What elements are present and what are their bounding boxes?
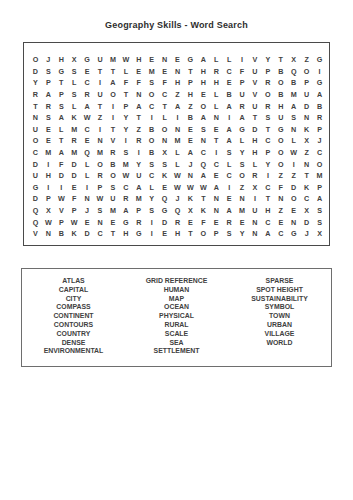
grid-cell: F (236, 66, 249, 78)
word-list-item: SETTLEMENT (125, 347, 228, 356)
grid-cell: T (106, 228, 119, 240)
grid-cell: P (236, 77, 249, 89)
grid-cell: O (106, 170, 119, 182)
grid-cell: L (171, 147, 184, 159)
grid-cell: T (249, 112, 262, 124)
grid-cell: J (42, 54, 55, 66)
grid-cell: W (171, 182, 184, 194)
grid-cell: Q (29, 205, 42, 217)
grid-cell: R (210, 66, 223, 78)
page-title: Geography Skills - Word Search (0, 20, 353, 30)
grid-cell: S (42, 112, 55, 124)
grid-cell: T (94, 66, 107, 78)
grid-cell: V (249, 89, 262, 101)
grid-cell: U (29, 170, 42, 182)
grid-cell: E (158, 182, 171, 194)
grid-cell: G (119, 216, 132, 228)
grid-cell: C (197, 147, 210, 159)
grid-cell: B (313, 100, 326, 112)
grid-cell: D (29, 66, 42, 78)
grid-cell: I (236, 54, 249, 66)
grid-cell: I (223, 182, 236, 194)
grid-cell: A (223, 124, 236, 136)
grid-cell: M (42, 147, 55, 159)
grid-cell: S (236, 158, 249, 170)
grid-cell: C (223, 66, 236, 78)
grid-cell: D (68, 170, 81, 182)
grid-cell: T (184, 228, 197, 240)
grid-cell: E (236, 216, 249, 228)
grid-cell: E (42, 135, 55, 147)
grid-cell: G (55, 66, 68, 78)
grid-cell: X (300, 205, 313, 217)
grid-cell: G (313, 77, 326, 89)
grid-cell: U (94, 89, 107, 101)
grid-cell: D (68, 158, 81, 170)
grid-cell: W (42, 216, 55, 228)
grid-cell: I (313, 66, 326, 78)
grid-cell: O (158, 124, 171, 136)
grid-cell: O (274, 135, 287, 147)
grid-cell: Y (236, 228, 249, 240)
grid-cell: H (42, 170, 55, 182)
grid-cell: G (313, 54, 326, 66)
grid-cell: A (197, 54, 210, 66)
grid-cell: A (261, 228, 274, 240)
grid-cell: Y (261, 54, 274, 66)
grid-cell: U (274, 112, 287, 124)
grid-cell: M (119, 158, 132, 170)
grid-cell: S (55, 100, 68, 112)
grid-cell: R (68, 135, 81, 147)
grid-cell: U (132, 170, 145, 182)
word-list-item: SYMBOL (228, 303, 331, 312)
grid-cell: C (81, 77, 94, 89)
grid-cell: G (132, 228, 145, 240)
grid-cell: B (145, 124, 158, 136)
grid-cell: X (68, 54, 81, 66)
grid-cell: L (287, 135, 300, 147)
grid-cell: R (132, 135, 145, 147)
grid-cell: G (236, 124, 249, 136)
grid-cell: D (29, 193, 42, 205)
word-list-item: RURAL (125, 321, 228, 330)
grid-cell: S (197, 124, 210, 136)
grid-cell: C (261, 216, 274, 228)
grid-cell: P (42, 193, 55, 205)
grid-cell: A (171, 100, 184, 112)
grid-cell: M (236, 205, 249, 217)
grid-cell: Z (132, 124, 145, 136)
grid-cell: J (171, 193, 184, 205)
grid-cell: B (223, 89, 236, 101)
grid-cell: U (249, 66, 262, 78)
grid-cell: E (184, 216, 197, 228)
grid-cell: T (55, 77, 68, 89)
grid-cell: L (68, 100, 81, 112)
grid-cell: Y (236, 147, 249, 159)
grid-cell: N (300, 158, 313, 170)
grid-cell: L (145, 182, 158, 194)
grid-cell: C (300, 193, 313, 205)
grid-cell: M (145, 66, 158, 78)
grid-cell: P (68, 205, 81, 217)
grid-cell: M (106, 205, 119, 217)
grid-cell: A (197, 112, 210, 124)
grid-cell: W (94, 193, 107, 205)
grid-cell: N (184, 170, 197, 182)
grid-cell: L (236, 135, 249, 147)
grid-cell: E (223, 193, 236, 205)
grid-cell: B (287, 77, 300, 89)
grid-cell: B (145, 147, 158, 159)
word-list-item: DENSE (22, 339, 125, 348)
grid-cell: A (197, 170, 210, 182)
grid-cell: G (274, 124, 287, 136)
grid-cell: K (68, 228, 81, 240)
grid-cell: G (184, 54, 197, 66)
grid-cell: C (313, 147, 326, 159)
grid-cell: N (287, 124, 300, 136)
grid-cell: E (81, 135, 94, 147)
grid-cell: O (29, 54, 42, 66)
grid-cell: D (300, 216, 313, 228)
grid-cell: T (210, 135, 223, 147)
grid-cell: G (29, 182, 42, 194)
grid-cell: O (145, 89, 158, 101)
grid-cell: R (261, 100, 274, 112)
grid-cell: A (236, 112, 249, 124)
grid-cell: W (68, 216, 81, 228)
grid-cell: N (287, 216, 300, 228)
grid-cell: N (210, 193, 223, 205)
word-list-item: PHYSICAL (125, 312, 228, 321)
grid-cell: I (145, 228, 158, 240)
grid-cell: E (158, 66, 171, 78)
grid-cell: Q (287, 66, 300, 78)
word-list-item: SPARSE (228, 277, 331, 286)
grid-cell: T (261, 193, 274, 205)
grid-cell: L (81, 158, 94, 170)
grid-cell: A (55, 147, 68, 159)
grid-cell: T (94, 100, 107, 112)
grid-cell: E (132, 66, 145, 78)
grid-cell: P (132, 205, 145, 217)
grid-cell: Z (94, 112, 107, 124)
grid-cell: X (287, 54, 300, 66)
grid-cell: M (106, 54, 119, 66)
grid-cell: X (313, 228, 326, 240)
grid-cell: W (197, 182, 210, 194)
grid-cell: F (132, 77, 145, 89)
grid-cell: C (210, 158, 223, 170)
grid-cell: P (313, 182, 326, 194)
grid-cell: E (158, 228, 171, 240)
grid-cell: F (274, 182, 287, 194)
grid-cell: H (261, 205, 274, 217)
grid-cell: P (184, 77, 197, 89)
grid-cell: J (81, 205, 94, 217)
grid-cell: R (313, 112, 326, 124)
grid-cell: H (119, 228, 132, 240)
grid-cell: G (287, 228, 300, 240)
grid-cell: L (210, 54, 223, 66)
word-list-item: COUNTRY (22, 330, 125, 339)
grid-cell: L (55, 124, 68, 136)
word-list: ATLASCAPITALCITYCOMPASSCONTINENTCONTOURS… (21, 268, 332, 367)
grid-cell: X (249, 182, 262, 194)
grid-cell: I (132, 147, 145, 159)
grid-cell: S (68, 89, 81, 101)
grid-cell: Y (132, 158, 145, 170)
grid-cell: M (68, 124, 81, 136)
grid-cell: S (94, 205, 107, 217)
grid-cell: T (55, 135, 68, 147)
grid-cell: O (274, 158, 287, 170)
grid-cell: M (287, 89, 300, 101)
grid-cell: R (119, 193, 132, 205)
grid-cell: W (55, 193, 68, 205)
grid-cell: A (132, 100, 145, 112)
grid-cell: E (106, 216, 119, 228)
grid-cell: D (300, 100, 313, 112)
grid-cell: X (158, 147, 171, 159)
grid-cell: E (210, 216, 223, 228)
grid-cell: T (106, 124, 119, 136)
grid-cell: Y (261, 158, 274, 170)
grid-cell: P (42, 77, 55, 89)
grid-cell: H (197, 77, 210, 89)
grid-cell: C (274, 228, 287, 240)
grid-cell: P (55, 216, 68, 228)
grid-cell: S (313, 205, 326, 217)
grid-cell: I (42, 182, 55, 194)
grid-cell: K (68, 112, 81, 124)
grid-cell: N (197, 135, 210, 147)
grid-cell: I (145, 216, 158, 228)
grid-cell: A (313, 89, 326, 101)
grid-cell: L (68, 77, 81, 89)
word-list-column: GRID REFERENCEHUMANMAPOCEANPHYSICALRURAL… (125, 277, 228, 356)
grid-cell: P (55, 89, 68, 101)
grid-cell: A (184, 147, 197, 159)
grid-cell: V (55, 205, 68, 217)
grid-cell: C (94, 228, 107, 240)
grid-cell: I (223, 112, 236, 124)
grid-cell: S (145, 77, 158, 89)
grid-cell: G (81, 54, 94, 66)
grid-cell: W (119, 170, 132, 182)
grid-cell: H (197, 66, 210, 78)
grid-cell: F (119, 77, 132, 89)
grid-cell: P (313, 124, 326, 136)
grid-cell: N (158, 135, 171, 147)
grid-cell: M (94, 147, 107, 159)
grid-cell: A (106, 77, 119, 89)
grid-cell: I (81, 182, 94, 194)
grid-cell: J (313, 135, 326, 147)
grid-cell: N (132, 89, 145, 101)
grid-cell: C (119, 182, 132, 194)
grid-cell: M (171, 135, 184, 147)
word-list-item: CAPITAL (22, 286, 125, 295)
word-list-item: VILLAGE (228, 330, 331, 339)
grid-cell: R (42, 100, 55, 112)
grid-cell: M (132, 193, 145, 205)
grid-cell: J (300, 228, 313, 240)
grid-cell: I (249, 193, 262, 205)
grid-cell: I (94, 77, 107, 89)
grid-cell: E (197, 89, 210, 101)
grid-cell: A (42, 89, 55, 101)
word-list-item: HUMAN (125, 286, 228, 295)
grid-cell: D (81, 228, 94, 240)
grid-cell: O (94, 158, 107, 170)
grid-cell: S (68, 66, 81, 78)
grid-cell: E (171, 54, 184, 66)
grid-cell: A (132, 182, 145, 194)
word-list-item: MAP (125, 295, 228, 304)
grid-cell: O (261, 89, 274, 101)
grid-cell: A (119, 205, 132, 217)
grid-cell: O (300, 66, 313, 78)
grid-cell: C (145, 100, 158, 112)
grid-cell: S (158, 158, 171, 170)
grid-cell: X (42, 205, 55, 217)
grid-cell: V (249, 77, 262, 89)
grid-cell: N (210, 112, 223, 124)
grid-cell: S (119, 147, 132, 159)
word-list-item: COMPASS (22, 303, 125, 312)
grid-cell: T (132, 112, 145, 124)
grid-cell: L (158, 112, 171, 124)
grid-cell: C (261, 182, 274, 194)
grid-cell: L (171, 158, 184, 170)
grid-cell: F (55, 158, 68, 170)
grid-cell: T (106, 66, 119, 78)
grid-cell: C (29, 147, 42, 159)
word-list-column: SPARSESPOT HEIGHTSUSTAINABILITYSYMBOLTOW… (228, 277, 331, 356)
grid-cell: N (249, 228, 262, 240)
grid-cell: Z (171, 89, 184, 101)
grid-cell: D (287, 182, 300, 194)
grid-cell: G (158, 205, 171, 217)
grid-cell: O (274, 147, 287, 159)
grid-cell: L (249, 158, 262, 170)
worksheet-page: Geography Skills - Word Search OJHXGUMWH… (0, 0, 353, 500)
grid-cell: E (210, 170, 223, 182)
grid-cell: W (81, 112, 94, 124)
grid-cell: K (300, 124, 313, 136)
word-list-item: SPOT HEIGHT (228, 286, 331, 295)
grid-cell: F (68, 193, 81, 205)
grid-cell: E (184, 135, 197, 147)
grid-cell: M (313, 170, 326, 182)
word-list-item: CITY (22, 295, 125, 304)
grid-cell: Z (236, 182, 249, 194)
grid-cell: E (184, 124, 197, 136)
grid-cell: A (223, 205, 236, 217)
grid-cell: R (171, 216, 184, 228)
grid-cell: N (42, 228, 55, 240)
grid-cell: D (29, 158, 42, 170)
grid-cell: P (261, 66, 274, 78)
grid-cell: E (274, 216, 287, 228)
grid-cell: A (223, 135, 236, 147)
grid-cell: Y (145, 193, 158, 205)
grid-cell: I (55, 182, 68, 194)
grid-cell: U (106, 193, 119, 205)
grid-cell: N (81, 193, 94, 205)
grid-cell: A (313, 193, 326, 205)
grid-cell: S (223, 228, 236, 240)
word-list-column: ATLASCAPITALCITYCOMPASSCONTINENTCONTOURS… (22, 277, 125, 356)
grid-cell: L (81, 170, 94, 182)
grid-cell: T (158, 100, 171, 112)
grid-cell: N (94, 216, 107, 228)
word-list-item: GRID REFERENCE (125, 277, 228, 286)
grid-cell: N (171, 124, 184, 136)
grid-cell: V (106, 135, 119, 147)
grid-cell: S (313, 216, 326, 228)
grid-cell: B (184, 112, 197, 124)
grid-cell: A (223, 100, 236, 112)
grid-cell: P (300, 77, 313, 89)
grid-cell: F (197, 216, 210, 228)
grid-cell: A (210, 182, 223, 194)
word-list-item: ENVIRONMENTAL (22, 347, 125, 356)
grid-cell: E (287, 205, 300, 217)
grid-cell: D (158, 216, 171, 228)
grid-cell: I (261, 170, 274, 182)
grid-cell: H (171, 77, 184, 89)
grid-cell: B (106, 158, 119, 170)
grid-cell: O (106, 89, 119, 101)
grid-cell: P (261, 147, 274, 159)
word-list-item: TOWN (228, 312, 331, 321)
grid-cell: U (300, 89, 313, 101)
word-list-item: CONTINENT (22, 312, 125, 321)
grid-cell: R (81, 89, 94, 101)
grid-cell: Q (29, 216, 42, 228)
grid-cell: E (68, 182, 81, 194)
grid-cell: O (29, 135, 42, 147)
grid-cell: R (223, 216, 236, 228)
grid-cell: Z (287, 170, 300, 182)
grid-cell: P (94, 182, 107, 194)
grid-cell: Y (29, 77, 42, 89)
grid-cell: A (81, 100, 94, 112)
grid-cell: U (249, 100, 262, 112)
word-search-grid: OJHXGUMWHENEGALLIVYTXZGDSGSETTLEMENTHRCF… (23, 42, 330, 246)
grid-cell: I (145, 112, 158, 124)
grid-cell: I (119, 135, 132, 147)
grid-cell: C (223, 170, 236, 182)
grid-cell: W (184, 182, 197, 194)
grid-cell: Z (184, 100, 197, 112)
grid-cell: Q (171, 205, 184, 217)
word-list-item: OCEAN (125, 303, 228, 312)
letter-grid: OJHXGUMWHENEGALLIVYTXZGDSGSETTLEMENTHRCF… (24, 43, 329, 240)
grid-cell: M (68, 147, 81, 159)
grid-cell: N (210, 205, 223, 217)
grid-cell: E (42, 124, 55, 136)
grid-cell: H (184, 89, 197, 101)
grid-cell: N (236, 193, 249, 205)
grid-cell: F (158, 77, 171, 89)
grid-cell: Q (158, 193, 171, 205)
grid-cell: Y (119, 112, 132, 124)
